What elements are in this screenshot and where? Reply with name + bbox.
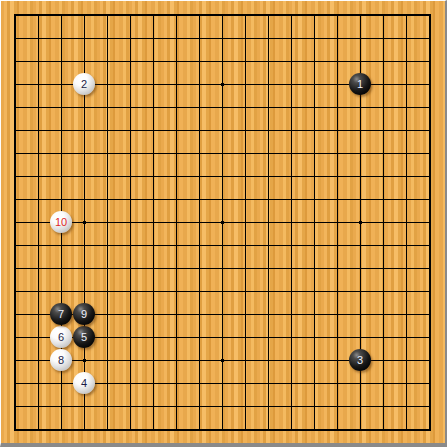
board-point-d3[interactable]: 4	[73, 372, 96, 395]
move-number-label: 10	[55, 217, 67, 228]
board-point-q16[interactable]: 1	[349, 73, 372, 96]
stone-white-2[interactable]: 2	[73, 73, 95, 95]
stone-black-3[interactable]: 3	[349, 349, 371, 371]
board-point-d16[interactable]: 2	[73, 73, 96, 96]
move-number-label: 3	[357, 355, 363, 366]
board-point-d5[interactable]: 5	[73, 326, 96, 349]
move-number-label: 1	[357, 79, 363, 90]
move-number-label: 7	[58, 309, 64, 320]
stone-black-5[interactable]: 5	[73, 326, 95, 348]
stone-white-4[interactable]: 4	[73, 372, 95, 394]
board-point-c4[interactable]: 8	[50, 349, 73, 372]
stone-black-7[interactable]: 7	[50, 303, 72, 325]
board-point-c6[interactable]: 7	[50, 303, 73, 326]
stone-white-10[interactable]: 10	[50, 211, 72, 233]
move-number-label: 5	[81, 332, 87, 343]
stone-white-6[interactable]: 6	[50, 326, 72, 348]
board-point-q4[interactable]: 3	[349, 349, 372, 372]
stone-white-8[interactable]: 8	[50, 349, 72, 371]
go-board-window: 12345678910	[0, 0, 447, 447]
move-number-label: 4	[81, 378, 87, 389]
move-number-label: 8	[58, 355, 64, 366]
board-point-c5[interactable]: 6	[50, 326, 73, 349]
board-point-c10[interactable]: 10	[50, 211, 73, 234]
move-number-label: 9	[81, 309, 87, 320]
stones-layer[interactable]: 12345678910	[4, 4, 441, 441]
stone-black-1[interactable]: 1	[349, 73, 371, 95]
move-number-label: 2	[81, 79, 87, 90]
stone-black-9[interactable]: 9	[73, 303, 95, 325]
board-point-d6[interactable]: 9	[73, 303, 96, 326]
move-number-label: 6	[58, 332, 64, 343]
